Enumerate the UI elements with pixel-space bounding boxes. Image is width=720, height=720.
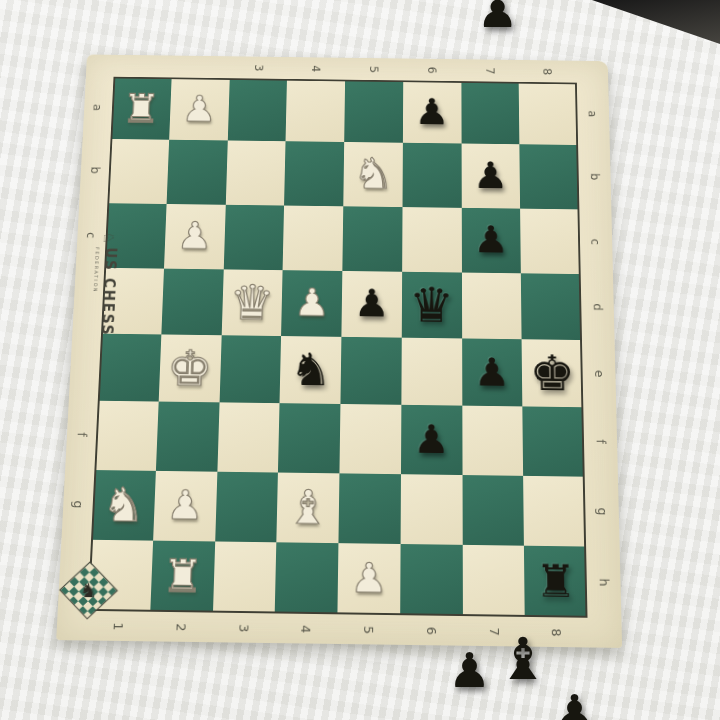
square-g2[interactable]: ♟ bbox=[153, 470, 217, 541]
square-c5[interactable] bbox=[342, 206, 402, 272]
square-a3[interactable] bbox=[227, 78, 287, 141]
label-bottom-rank-2: 2 bbox=[149, 612, 213, 643]
label-top-rank-7: 7 bbox=[461, 59, 519, 82]
piece-white-pawn-c2[interactable]: ♟ bbox=[176, 217, 213, 255]
square-d2[interactable] bbox=[161, 268, 223, 335]
label-left-file-f: f bbox=[65, 401, 98, 470]
square-f6[interactable]: ♟ bbox=[401, 405, 462, 475]
label-right-file-h: h bbox=[586, 546, 621, 618]
label-bottom-rank-5: 5 bbox=[337, 614, 400, 645]
square-e7[interactable]: ♟ bbox=[462, 338, 523, 406]
label-top-rank-3: 3 bbox=[229, 56, 287, 79]
label-top-rank-6: 6 bbox=[403, 59, 461, 82]
square-b7[interactable]: ♟ bbox=[461, 144, 520, 208]
square-c4[interactable] bbox=[283, 205, 343, 271]
square-c3[interactable] bbox=[223, 204, 284, 270]
label-right-file-e: e bbox=[582, 340, 616, 408]
square-a7[interactable] bbox=[461, 81, 520, 144]
square-f3[interactable] bbox=[217, 403, 280, 472]
captured-black-pawn-3[interactable]: ♟ bbox=[553, 688, 596, 720]
label-right-file-d: d bbox=[581, 274, 615, 341]
square-a1[interactable]: ♜ bbox=[111, 77, 172, 140]
square-e2[interactable]: ♚ bbox=[158, 334, 221, 402]
square-e1[interactable] bbox=[98, 334, 161, 402]
square-d8[interactable] bbox=[521, 273, 582, 340]
square-c2[interactable]: ♟ bbox=[164, 204, 226, 270]
photo-scene: { "game": "chess", "position": { "fen": … bbox=[0, 0, 720, 720]
square-h6[interactable] bbox=[400, 544, 463, 616]
square-d4[interactable]: ♟ bbox=[281, 270, 342, 337]
piece-black-pawn-d5[interactable]: ♟ bbox=[354, 285, 390, 323]
square-d1[interactable] bbox=[101, 268, 164, 335]
piece-white-pawn-d4[interactable]: ♟ bbox=[294, 284, 331, 322]
square-f5[interactable] bbox=[339, 404, 401, 474]
piece-black-pawn-a6[interactable]: ♟ bbox=[414, 94, 449, 130]
captured-black-bishop-2[interactable]: ♝ bbox=[497, 630, 549, 688]
square-g7[interactable] bbox=[462, 475, 524, 546]
label-right-file-f: f bbox=[583, 407, 618, 476]
label-right-file-b: b bbox=[578, 145, 611, 209]
piece-black-pawn-f6[interactable]: ♟ bbox=[413, 420, 450, 460]
piece-black-rook-h8[interactable]: ♜ bbox=[535, 559, 577, 604]
piece-black-queen-d6[interactable]: ♛ bbox=[409, 281, 454, 329]
piece-white-rook-h2[interactable]: ♜ bbox=[161, 554, 203, 599]
square-f1[interactable] bbox=[94, 401, 158, 470]
square-d5[interactable]: ♟ bbox=[341, 271, 402, 338]
chess-board: ♜♟♟♞♟♟♟♛♟♟♛♚♞♟♚♟♞♟♝♜♟♜34567812345678abcf… bbox=[56, 54, 622, 647]
square-c8[interactable] bbox=[520, 208, 580, 274]
square-b6[interactable] bbox=[402, 143, 461, 207]
label-left-file-a: a bbox=[83, 76, 114, 139]
piece-black-pawn-c7[interactable]: ♟ bbox=[473, 221, 509, 259]
square-c1[interactable] bbox=[104, 203, 166, 269]
square-b8[interactable] bbox=[520, 144, 580, 208]
board-grid: ♜♟♟♞♟♟♟♛♟♟♛♚♞♟♚♟♞♟♝♜♟♜34567812345678abcf… bbox=[56, 54, 622, 647]
label-top-rank-5: 5 bbox=[345, 58, 403, 81]
square-e8[interactable]: ♚ bbox=[522, 339, 584, 407]
square-c6[interactable] bbox=[402, 207, 462, 273]
label-left-file-g: g bbox=[61, 469, 94, 539]
square-f7[interactable] bbox=[462, 406, 524, 476]
piece-black-king-e8[interactable]: ♚ bbox=[529, 349, 576, 398]
piece-black-pawn-e7[interactable]: ♟ bbox=[474, 353, 511, 392]
square-h7[interactable] bbox=[462, 545, 525, 617]
square-d6[interactable]: ♛ bbox=[402, 272, 462, 339]
label-top-rank-4: 4 bbox=[287, 57, 345, 80]
piece-white-pawn-h5[interactable]: ♟ bbox=[350, 558, 388, 599]
square-e3[interactable] bbox=[219, 335, 281, 403]
square-g1[interactable]: ♞ bbox=[91, 470, 156, 541]
piece-black-knight-e4[interactable]: ♞ bbox=[289, 347, 332, 393]
square-f8[interactable] bbox=[523, 407, 585, 477]
square-g8[interactable] bbox=[523, 475, 586, 546]
square-d3[interactable]: ♛ bbox=[221, 269, 283, 336]
label-bottom-rank-3: 3 bbox=[212, 613, 275, 644]
piece-white-rook-a1[interactable]: ♜ bbox=[121, 88, 161, 128]
label-right-file-g: g bbox=[585, 476, 620, 547]
square-b5[interactable]: ♞ bbox=[343, 142, 402, 206]
square-h2[interactable]: ♜ bbox=[150, 540, 215, 612]
label-right-file-a: a bbox=[577, 83, 610, 146]
label-left-file-c: c bbox=[76, 202, 108, 267]
square-h5[interactable]: ♟ bbox=[337, 543, 400, 615]
square-e4[interactable]: ♞ bbox=[280, 336, 342, 404]
label-bottom-rank-1: 1 bbox=[86, 611, 150, 641]
square-g4[interactable]: ♝ bbox=[277, 472, 340, 543]
square-h4[interactable] bbox=[275, 542, 339, 614]
square-g6[interactable] bbox=[400, 474, 462, 545]
background-table-shadow bbox=[592, 0, 720, 44]
square-e5[interactable] bbox=[340, 337, 401, 405]
square-a2[interactable]: ♟ bbox=[169, 77, 229, 140]
square-h1[interactable] bbox=[88, 540, 153, 612]
piece-white-knight-g1[interactable]: ♞ bbox=[101, 481, 146, 528]
piece-white-knight-b5[interactable]: ♞ bbox=[352, 153, 394, 196]
square-g3[interactable] bbox=[215, 471, 278, 542]
square-a4[interactable] bbox=[286, 79, 345, 142]
square-h3[interactable] bbox=[212, 541, 276, 613]
piece-white-bishop-g4[interactable]: ♝ bbox=[286, 484, 330, 531]
captured-black-pawn-0[interactable]: ♟ bbox=[477, 0, 518, 34]
piece-white-queen-d3[interactable]: ♛ bbox=[229, 278, 276, 326]
square-d7[interactable] bbox=[461, 272, 521, 339]
square-b4[interactable] bbox=[284, 141, 344, 205]
square-b3[interactable] bbox=[225, 141, 285, 205]
square-f4[interactable] bbox=[278, 403, 340, 472]
square-c7[interactable]: ♟ bbox=[461, 207, 521, 273]
piece-black-pawn-b7[interactable]: ♟ bbox=[473, 157, 509, 194]
square-f2[interactable] bbox=[156, 402, 219, 471]
square-b2[interactable] bbox=[166, 140, 227, 204]
square-e6[interactable] bbox=[401, 338, 462, 406]
square-a5[interactable] bbox=[344, 80, 403, 143]
square-a6[interactable]: ♟ bbox=[403, 80, 461, 143]
piece-white-pawn-a2[interactable]: ♟ bbox=[181, 91, 217, 127]
square-b1[interactable] bbox=[107, 139, 168, 203]
label-right-file-c: c bbox=[579, 209, 613, 274]
piece-white-pawn-g2[interactable]: ♟ bbox=[166, 485, 204, 526]
square-a8[interactable] bbox=[519, 82, 578, 145]
label-top-rank-8: 8 bbox=[519, 60, 577, 83]
piece-white-king-e2[interactable]: ♚ bbox=[166, 344, 213, 393]
captured-black-pawn-1[interactable]: ♟ bbox=[448, 646, 491, 694]
label-bottom-rank-4: 4 bbox=[274, 613, 337, 644]
square-h8[interactable]: ♜ bbox=[524, 545, 587, 617]
label-left-file-b: b bbox=[79, 139, 110, 203]
square-g5[interactable] bbox=[338, 473, 400, 544]
